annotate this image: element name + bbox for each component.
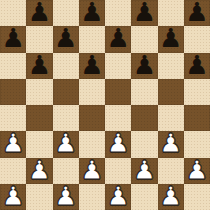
square-e1[interactable]: ♟: [105, 184, 131, 210]
black-pawn-icon[interactable]: ♟: [28, 0, 51, 25]
white-pawn-icon[interactable]: ♟: [1, 184, 24, 209]
square-g8[interactable]: [158, 0, 184, 26]
black-pawn-icon[interactable]: ♟: [28, 53, 51, 78]
square-f4[interactable]: [131, 105, 157, 131]
square-a2[interactable]: [0, 158, 26, 184]
square-e6[interactable]: [105, 53, 131, 79]
square-a1[interactable]: ♟: [0, 184, 26, 210]
square-c8[interactable]: [53, 0, 79, 26]
square-e5[interactable]: [105, 79, 131, 105]
white-pawn-icon[interactable]: ♟: [133, 158, 156, 183]
black-pawn-icon[interactable]: ♟: [159, 26, 182, 51]
white-pawn-icon[interactable]: ♟: [80, 158, 103, 183]
square-g2[interactable]: [158, 158, 184, 184]
square-e4[interactable]: [105, 105, 131, 131]
square-a4[interactable]: [0, 105, 26, 131]
square-d1[interactable]: [79, 184, 105, 210]
square-g6[interactable]: [158, 53, 184, 79]
square-g3[interactable]: ♟: [158, 131, 184, 157]
black-pawn-icon[interactable]: ♟: [185, 53, 208, 78]
square-d3[interactable]: [79, 131, 105, 157]
square-a8[interactable]: [0, 0, 26, 26]
square-c2[interactable]: [53, 158, 79, 184]
square-c5[interactable]: [53, 79, 79, 105]
black-pawn-icon[interactable]: ♟: [133, 53, 156, 78]
square-c1[interactable]: ♟: [53, 184, 79, 210]
black-pawn-icon[interactable]: ♟: [106, 26, 129, 51]
square-b1[interactable]: [26, 184, 52, 210]
square-b5[interactable]: [26, 79, 52, 105]
square-e2[interactable]: [105, 158, 131, 184]
square-f8[interactable]: ♟: [131, 0, 157, 26]
white-pawn-icon[interactable]: ♟: [54, 184, 77, 209]
square-a7[interactable]: ♟: [0, 26, 26, 52]
square-f5[interactable]: [131, 79, 157, 105]
square-d4[interactable]: [79, 105, 105, 131]
square-h1[interactable]: [184, 184, 210, 210]
white-pawn-icon[interactable]: ♟: [106, 184, 129, 209]
white-pawn-icon[interactable]: ♟: [106, 131, 129, 156]
square-g5[interactable]: [158, 79, 184, 105]
square-f3[interactable]: [131, 131, 157, 157]
white-pawn-icon[interactable]: ♟: [159, 131, 182, 156]
square-d7[interactable]: [79, 26, 105, 52]
square-h2[interactable]: ♟: [184, 158, 210, 184]
square-b6[interactable]: ♟: [26, 53, 52, 79]
square-c4[interactable]: [53, 105, 79, 131]
square-f6[interactable]: ♟: [131, 53, 157, 79]
black-pawn-icon[interactable]: ♟: [185, 0, 208, 25]
black-pawn-icon[interactable]: ♟: [80, 53, 103, 78]
square-h5[interactable]: [184, 79, 210, 105]
square-e7[interactable]: ♟: [105, 26, 131, 52]
square-d8[interactable]: ♟: [79, 0, 105, 26]
black-pawn-icon[interactable]: ♟: [80, 0, 103, 25]
square-a3[interactable]: ♟: [0, 131, 26, 157]
white-pawn-icon[interactable]: ♟: [28, 158, 51, 183]
square-h7[interactable]: [184, 26, 210, 52]
black-pawn-icon[interactable]: ♟: [1, 26, 24, 51]
black-pawn-icon[interactable]: ♟: [54, 26, 77, 51]
square-d6[interactable]: ♟: [79, 53, 105, 79]
white-pawn-icon[interactable]: ♟: [185, 158, 208, 183]
square-a5[interactable]: [0, 79, 26, 105]
square-e8[interactable]: [105, 0, 131, 26]
square-c6[interactable]: [53, 53, 79, 79]
square-b3[interactable]: [26, 131, 52, 157]
square-g4[interactable]: [158, 105, 184, 131]
square-d2[interactable]: ♟: [79, 158, 105, 184]
square-f2[interactable]: ♟: [131, 158, 157, 184]
white-pawn-icon[interactable]: ♟: [54, 131, 77, 156]
square-b7[interactable]: [26, 26, 52, 52]
square-b4[interactable]: [26, 105, 52, 131]
black-pawn-icon[interactable]: ♟: [133, 0, 156, 25]
white-pawn-icon[interactable]: ♟: [1, 131, 24, 156]
square-f7[interactable]: [131, 26, 157, 52]
square-h4[interactable]: [184, 105, 210, 131]
square-g1[interactable]: ♟: [158, 184, 184, 210]
square-h8[interactable]: ♟: [184, 0, 210, 26]
square-e3[interactable]: ♟: [105, 131, 131, 157]
square-h6[interactable]: ♟: [184, 53, 210, 79]
square-f1[interactable]: [131, 184, 157, 210]
square-d5[interactable]: [79, 79, 105, 105]
chess-board: ♟♟♟♟♟♟♟♟♟♟♟♟♟♟♟♟♟♟♟♟♟♟♟♟: [0, 0, 210, 210]
square-h3[interactable]: [184, 131, 210, 157]
square-g7[interactable]: ♟: [158, 26, 184, 52]
square-c7[interactable]: ♟: [53, 26, 79, 52]
square-b8[interactable]: ♟: [26, 0, 52, 26]
square-a6[interactable]: [0, 53, 26, 79]
white-pawn-icon[interactable]: ♟: [159, 184, 182, 209]
square-b2[interactable]: ♟: [26, 158, 52, 184]
square-c3[interactable]: ♟: [53, 131, 79, 157]
